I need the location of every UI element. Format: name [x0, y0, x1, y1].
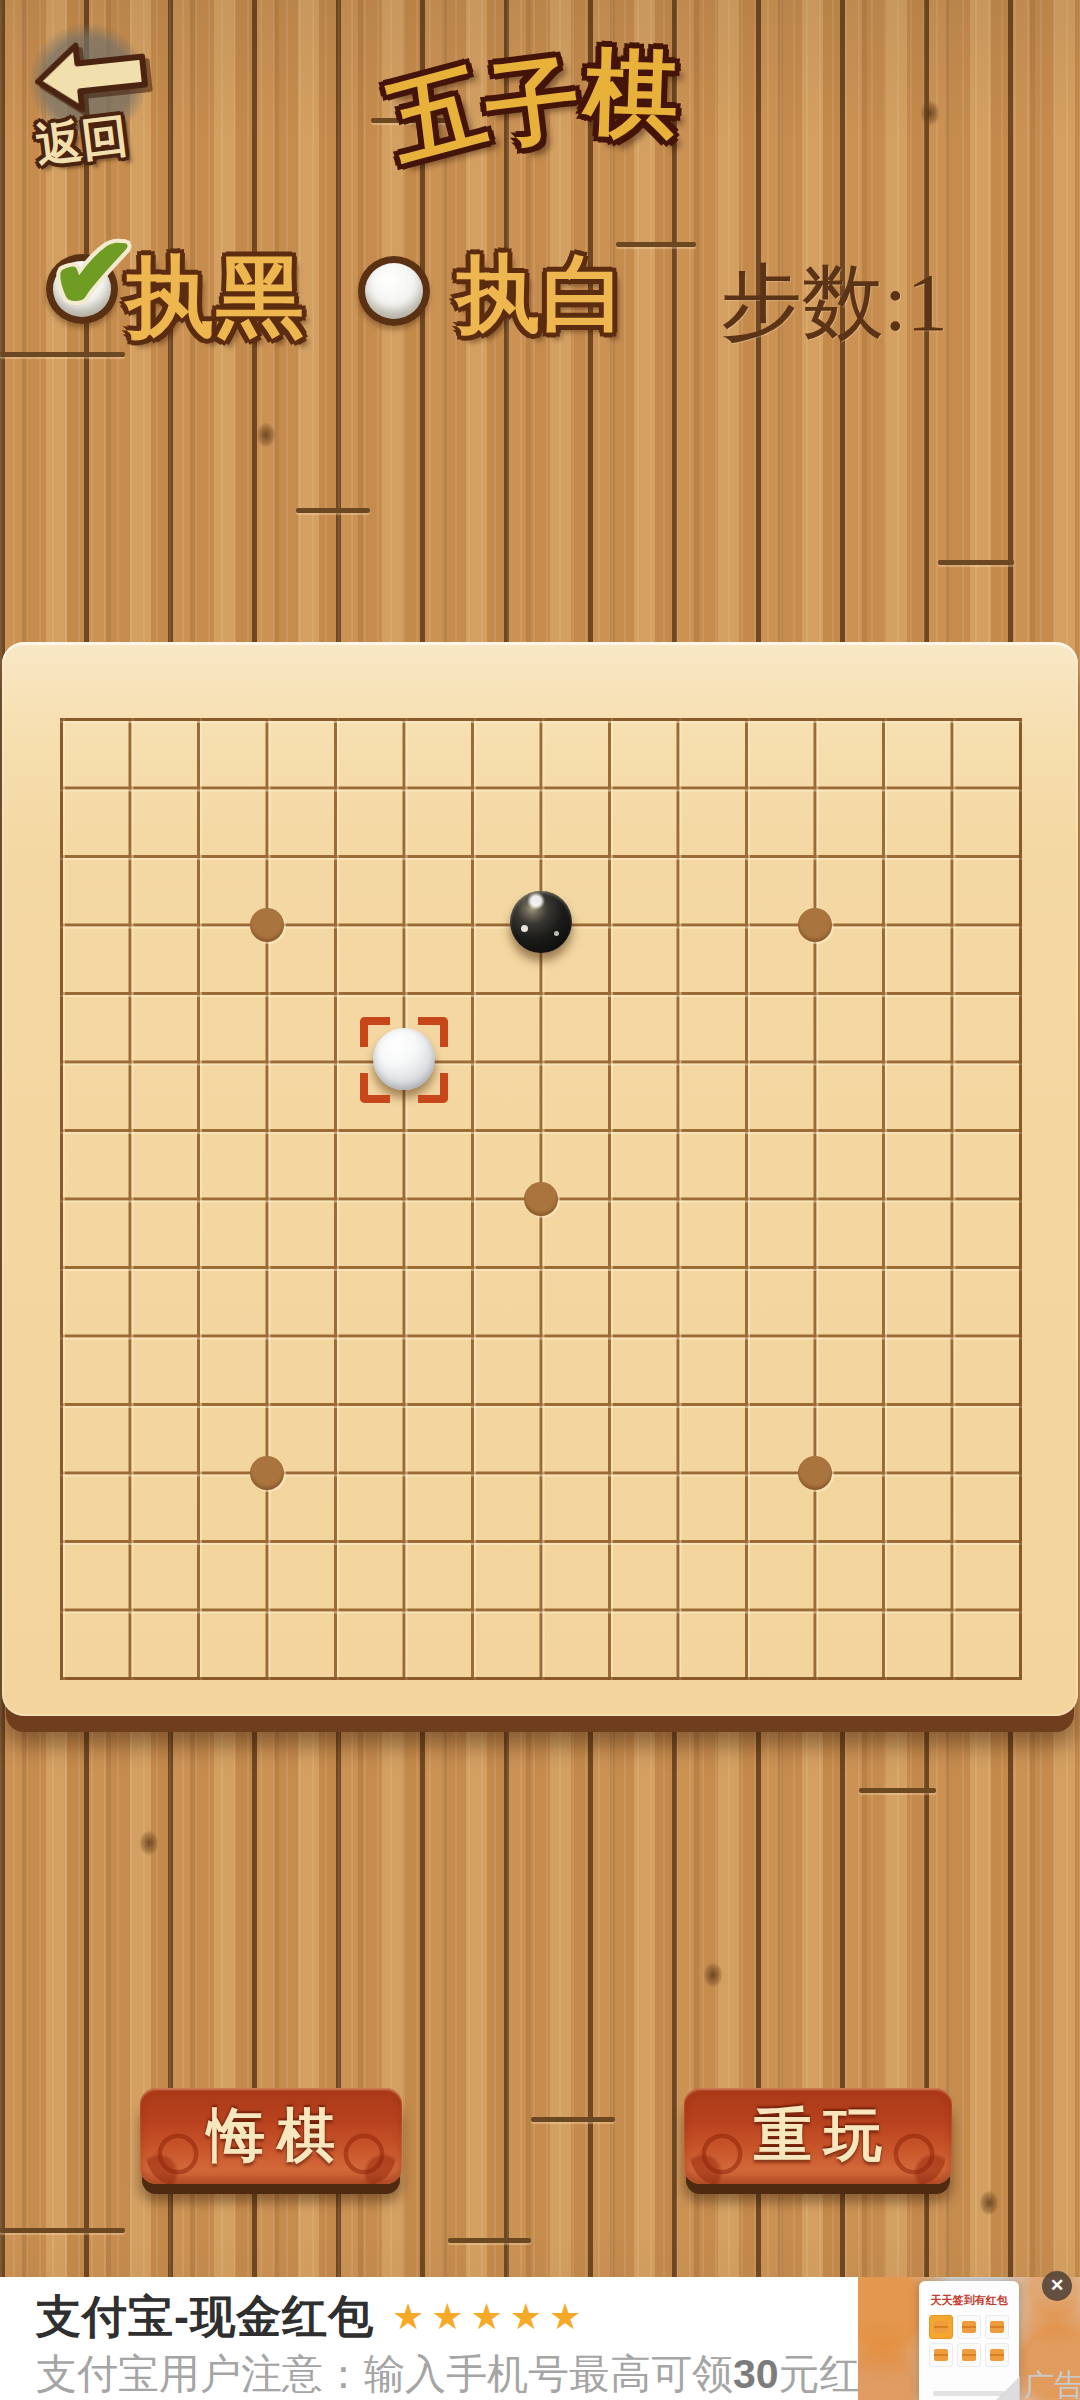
gift-icon: [929, 2315, 953, 2339]
ad-gift-grid: [929, 2315, 1009, 2367]
ad-phone-caption: 天天签到有红包: [919, 2293, 1019, 2308]
ad-watermark-text: 广告: [1024, 2370, 1080, 2400]
undo-button[interactable]: 悔棋: [140, 2088, 402, 2184]
page-title: 五子棋: [385, 32, 691, 175]
gift-icon: [957, 2315, 981, 2339]
wood-knot: [917, 96, 943, 130]
undo-button-label: 悔棋: [195, 2097, 347, 2175]
wood-seam: [0, 2228, 125, 2233]
replay-button-label: 重玩: [742, 2097, 894, 2175]
ad-title: 支付宝-现金红包: [36, 2287, 374, 2347]
ad-subtitle: 支付宝用户注意：输入手机号最高可领30元红包: [36, 2347, 902, 2400]
play-white-radio[interactable]: [358, 256, 430, 326]
gift-icon: [985, 2315, 1009, 2339]
star-point: [250, 1456, 284, 1490]
ad-watermark: 广告: [996, 2370, 1080, 2400]
back-button[interactable]: 返回: [18, 14, 168, 174]
star-point: [798, 908, 832, 942]
ad-banner[interactable]: 支付宝-现金红包 ★★★★★ 支付宝用户注意：输入手机号最高可领30元红包 天天…: [0, 2277, 1080, 2400]
play-white-label[interactable]: 执白: [456, 238, 628, 352]
wood-knot: [976, 2186, 1002, 2220]
star-point: [250, 908, 284, 942]
wood-seam: [448, 2238, 531, 2243]
back-button-label: 返回: [33, 105, 132, 178]
black-stone: [510, 891, 572, 953]
gomoku-app-screen: 返回 五子棋 ✔ 执黑 执白 步数:1 悔棋 重玩 支付宝-现金红包 ★★★★★…: [0, 0, 1080, 2400]
ad-phone-footer-bar: [933, 2391, 1005, 2396]
title-char: 棋: [582, 29, 684, 159]
game-board: [2, 642, 1078, 1716]
gift-icon: [929, 2343, 953, 2367]
wood-seam: [0, 352, 125, 357]
play-black-label[interactable]: 执黑: [126, 238, 306, 357]
wood-knot: [253, 418, 279, 452]
ad-subtitle-text: 支付宝用户注意：输入手机号最高可领: [36, 2351, 733, 2397]
step-counter-value: 1: [907, 257, 948, 348]
replay-button[interactable]: 重玩: [684, 2088, 952, 2184]
gift-icon: [985, 2343, 1009, 2367]
step-counter: 步数:1: [720, 248, 948, 358]
wood-seam: [296, 508, 370, 513]
wood-seam: [616, 242, 696, 247]
star-point: [524, 1182, 558, 1216]
ad-watermark-icon: [996, 2376, 1020, 2400]
wood-seam: [859, 1788, 936, 1793]
last-move-marker: [360, 1017, 448, 1103]
ad-rating-stars: ★★★★★: [392, 2296, 588, 2338]
wood-seam: [938, 560, 1014, 565]
ad-subtitle-amount: 30: [733, 2351, 779, 2397]
star-point: [798, 1456, 832, 1490]
gift-icon: [957, 2343, 981, 2367]
wood-knot: [700, 1958, 726, 1992]
title-char: 子: [479, 35, 592, 173]
wood-seam: [531, 2117, 615, 2122]
wood-knot: [136, 1826, 162, 1860]
board-grid[interactable]: [60, 718, 1022, 1680]
ad-close-icon[interactable]: ✕: [1042, 2271, 1072, 2301]
step-counter-label: 步数:: [720, 257, 907, 348]
